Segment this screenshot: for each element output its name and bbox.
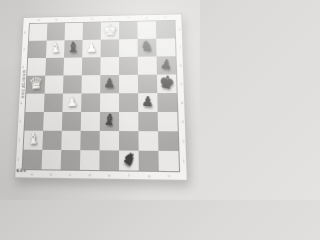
coord-label: 8 — [23, 24, 26, 41]
square-f5 — [119, 75, 138, 94]
square-h2 — [158, 131, 178, 151]
white-queen-a5: ♛ — [26, 74, 45, 94]
square-a8 — [29, 24, 47, 41]
square-a6 — [27, 58, 46, 76]
square-d3 — [81, 112, 100, 131]
square-g1 — [139, 151, 159, 171]
square-g6 — [138, 56, 157, 74]
square-h5: ♚ — [157, 74, 177, 93]
square-c5 — [63, 75, 82, 93]
square-h7 — [156, 38, 175, 56]
square-g2 — [138, 131, 158, 151]
coord-label: b — [41, 172, 60, 176]
white-pawn-d7: ♟ — [82, 38, 101, 56]
square-a7 — [28, 41, 47, 59]
coord-label: 3 — [19, 112, 22, 131]
square-h1 — [158, 151, 179, 171]
coord-label: c — [60, 173, 79, 177]
coord-label: 5 — [180, 74, 183, 93]
square-f6 — [119, 57, 138, 75]
square-h6: ♟ — [157, 56, 177, 74]
square-e1 — [99, 150, 119, 170]
square-d1 — [80, 150, 100, 170]
white-king-e8: ♚ — [100, 21, 119, 39]
square-f8 — [119, 22, 137, 40]
square-e6 — [100, 57, 119, 75]
coord-label: b — [47, 17, 65, 21]
rank-labels-right: 87654321 — [178, 21, 185, 172]
square-c2 — [61, 131, 80, 150]
chessboard: ♚♝♝♟♞♟♛♟♚♟♟♝♝♞ — [23, 21, 179, 171]
black-pawn-e5: ♟ — [100, 74, 120, 93]
square-b8 — [47, 23, 65, 40]
square-e4 — [100, 93, 119, 112]
square-e2 — [100, 131, 119, 151]
file-labels-bottom: abcdefgh — [22, 172, 179, 179]
coord-label: 7 — [179, 38, 182, 56]
square-b6 — [45, 58, 64, 76]
black-knight-g7: ♞ — [137, 37, 157, 56]
coord-label: g — [139, 174, 159, 179]
square-g3 — [138, 112, 158, 131]
square-a1 — [23, 150, 43, 170]
square-c1 — [61, 150, 81, 170]
square-d7: ♟ — [82, 40, 101, 58]
square-f2 — [119, 131, 139, 151]
square-h4 — [157, 93, 177, 112]
square-b5 — [45, 75, 64, 93]
coord-label: c — [65, 17, 83, 21]
corner-emblem-icon: ♞♛♜ — [15, 168, 23, 177]
square-a4 — [25, 94, 44, 112]
square-g5 — [138, 75, 157, 94]
square-f3 — [119, 112, 138, 131]
coord-label: g — [137, 15, 155, 19]
square-c4: ♟ — [62, 93, 81, 112]
black-bishop-c7: ♝ — [64, 39, 82, 57]
black-pawn-g4: ♟ — [138, 92, 158, 112]
coord-label: d — [80, 173, 100, 178]
square-c7: ♝ — [64, 40, 83, 58]
coord-label: d — [83, 17, 101, 21]
coord-label: 4 — [181, 93, 184, 112]
chessboard-frame: EXCALIBUR ♞♛♜ abcdefgh abcdefgh 87654321… — [14, 13, 188, 181]
square-e8: ♚ — [101, 22, 119, 40]
square-f1: ♞ — [119, 151, 139, 171]
coord-label: 1 — [182, 151, 185, 171]
coord-label: 7 — [23, 41, 26, 58]
square-e5: ♟ — [100, 75, 119, 93]
square-b7: ♝ — [46, 40, 65, 58]
square-c6 — [63, 57, 82, 75]
coord-label: 2 — [18, 131, 21, 150]
square-e7 — [101, 39, 120, 57]
square-d2 — [80, 131, 99, 150]
coord-label: 3 — [181, 112, 184, 131]
square-h8 — [156, 21, 175, 39]
square-g4: ♟ — [138, 93, 158, 112]
square-a3 — [25, 112, 44, 131]
square-b1 — [42, 150, 62, 170]
white-bishop-a2: ♝ — [24, 129, 43, 150]
coord-label: 6 — [179, 56, 182, 74]
square-c3 — [62, 112, 81, 131]
square-d5 — [81, 75, 100, 93]
coord-label: h — [156, 15, 175, 19]
black-pawn-h6: ♟ — [156, 54, 177, 75]
coord-label: e — [99, 173, 119, 178]
square-f4 — [119, 93, 138, 112]
square-a2: ♝ — [24, 131, 44, 150]
square-b2 — [42, 131, 61, 150]
coord-label: 2 — [182, 131, 185, 151]
square-c8 — [65, 23, 83, 40]
square-g7: ♞ — [138, 39, 157, 57]
coord-label: h — [159, 174, 179, 179]
square-d8 — [83, 22, 101, 40]
square-b3 — [43, 112, 62, 131]
square-f7 — [119, 39, 138, 57]
coord-label: 8 — [178, 21, 181, 39]
square-a5: ♛ — [26, 76, 45, 94]
white-bishop-b7: ♝ — [45, 38, 65, 58]
white-pawn-c4: ♟ — [62, 92, 81, 112]
coord-label: f — [119, 174, 139, 179]
coord-label: e — [101, 16, 119, 20]
square-b4 — [44, 94, 63, 112]
black-king-h5: ♚ — [156, 72, 179, 94]
square-e3: ♝ — [100, 112, 119, 131]
coord-label: f — [119, 16, 137, 20]
square-h3 — [158, 112, 178, 131]
square-d4 — [81, 93, 100, 112]
photo-background: EXCALIBUR ♞♛♜ abcdefgh abcdefgh 87654321… — [0, 0, 200, 200]
square-g8 — [137, 21, 156, 39]
square-d6 — [82, 57, 101, 75]
coord-label: a — [30, 18, 48, 22]
black-bishop-e3: ♝ — [99, 110, 120, 131]
